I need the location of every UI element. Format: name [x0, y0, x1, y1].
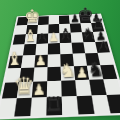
- black-rook: ♜: [45, 95, 64, 116]
- square-e6: ♝: [60, 33, 72, 43]
- square-g4: [85, 53, 100, 66]
- white-bishop: ♝: [6, 50, 22, 68]
- white-pawn: ♟: [32, 82, 46, 97]
- square-b5: [23, 44, 36, 56]
- black-pawn: ♟: [98, 40, 110, 53]
- square-h2: [103, 79, 120, 95]
- square-e3: ♞: [61, 66, 76, 80]
- square-h6: ♟: [93, 32, 107, 42]
- square-e2: [61, 80, 77, 96]
- square-b7: [26, 25, 38, 34]
- square-c5: [35, 44, 48, 56]
- square-c6: ♟: [36, 34, 48, 44]
- square-f3: ♟: [74, 66, 89, 80]
- square-h7: ♜: [91, 23, 104, 32]
- square-b3: [19, 68, 34, 83]
- square-d4: [48, 54, 61, 67]
- square-c7: [37, 24, 48, 33]
- black-pawn: ♟: [37, 32, 48, 44]
- square-h3: [100, 65, 117, 79]
- square-c4: ♟: [34, 55, 47, 68]
- square-c1: [30, 97, 46, 116]
- square-d7: [48, 24, 59, 33]
- green-table: ♚♟♚♟♜♝♟♟♝♞♟♟♝♟♞♟♞♛♟♜: [0, 0, 120, 120]
- square-d6: ♟: [48, 33, 60, 43]
- square-b8: ♚: [27, 17, 38, 26]
- square-d1: ♜: [46, 97, 62, 116]
- square-a5: [11, 44, 25, 56]
- square-c2: ♟: [32, 81, 47, 97]
- black-pawn: ♟: [91, 12, 101, 23]
- board-grid: ♚♟♚♟♜♝♟♟♝♞♟♟♝♟♞♟♞♛♟♜: [0, 14, 120, 117]
- square-b4: [21, 55, 35, 68]
- square-a2: [2, 82, 19, 99]
- square-e7: [59, 24, 70, 33]
- chess-board: ♚♟♚♟♜♝♟♟♝♞♟♟♝♟♞♟♞♛♟♜: [0, 14, 120, 120]
- square-d3: [47, 67, 61, 82]
- square-d2: [47, 81, 62, 97]
- square-e5: [60, 43, 73, 55]
- square-e1: [62, 96, 79, 115]
- square-f4: [73, 53, 87, 66]
- square-c3: [33, 67, 47, 82]
- square-e4: [60, 54, 74, 67]
- square-b2: ♛: [17, 82, 33, 99]
- square-b6: ♝: [25, 34, 38, 44]
- square-h4: [98, 53, 114, 66]
- square-d5: [48, 43, 60, 55]
- square-h5: ♟: [95, 41, 110, 52]
- square-b1: [14, 98, 32, 117]
- white-pawn: ♟: [35, 54, 47, 68]
